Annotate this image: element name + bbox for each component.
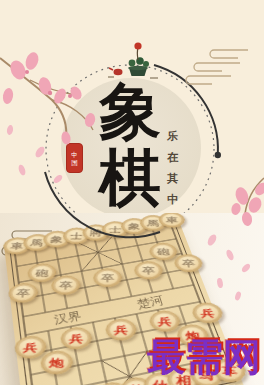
- china-seal: 中 国: [66, 143, 83, 173]
- river-label-right: 楚河: [135, 293, 165, 311]
- river-label-left: 汉界: [53, 309, 83, 327]
- watermark-logo: 最需网: [147, 332, 261, 383]
- board-photo: 汉界 楚河 車馬象士將士象馬車砲砲卒卒卒卒卒兵兵兵兵兵炮炮车马相仕帅仕相马车 最…: [0, 213, 264, 385]
- seal-char: 国: [71, 159, 78, 166]
- poster-subtitle: 乐 在 其 中: [167, 129, 178, 207]
- subtitle-char: 乐: [167, 129, 178, 144]
- xiangqi-poster: { "game": "xiangqi", "position": { "fen"…: [0, 0, 264, 385]
- title-char: 棋: [94, 145, 166, 211]
- title-char: 象: [94, 79, 166, 145]
- piece-black-卒[interactable]: 卒: [174, 254, 203, 272]
- piece-black-砲[interactable]: 砲: [149, 243, 177, 260]
- seal-char: 中: [71, 151, 78, 158]
- subtitle-char: 其: [167, 171, 178, 186]
- subtitle-char: 在: [167, 150, 178, 165]
- poster-title: 象 棋: [94, 79, 166, 211]
- subtitle-char: 中: [167, 192, 178, 207]
